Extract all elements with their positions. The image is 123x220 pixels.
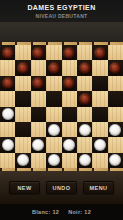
checker-noir[interactable] [63,77,75,89]
checker-noir[interactable] [63,47,75,59]
checker-noir[interactable] [2,77,14,89]
board-square-r6c5[interactable] [77,137,92,152]
board-square-r1c7[interactable] [108,60,123,75]
board-square-r6c7[interactable] [108,137,123,152]
undo-button[interactable]: UNDO [46,181,77,194]
checker-noir[interactable] [94,47,106,59]
checker-noir[interactable] [32,77,44,89]
board-square-r7c5[interactable] [77,153,92,168]
board-square-r7c0[interactable] [0,153,15,168]
board-square-r7c3[interactable] [46,153,61,168]
board-square-r3c4[interactable] [62,91,77,106]
board-square-r3c7[interactable] [108,91,123,106]
new-button[interactable]: NEW [9,181,40,194]
checker-blanc[interactable] [2,108,14,120]
board-square-r5c0[interactable] [0,122,15,137]
board-square-r6c4[interactable] [62,137,77,152]
board-square-r5c2[interactable] [31,122,46,137]
score-bar: Blanc: 12 Noir: 12 [0,204,123,220]
checker-blanc[interactable] [2,139,14,151]
board-square-r6c2[interactable] [31,137,46,152]
noir-count: Noir: 12 [68,209,91,215]
board-square-r2c0[interactable] [0,76,15,91]
board-square-r4c0[interactable] [0,107,15,122]
board-square-r2c2[interactable] [31,76,46,91]
board-square-r0c6[interactable] [92,45,107,60]
board-square-r3c0[interactable] [0,91,15,106]
checker-noir[interactable] [79,93,91,105]
board-square-r1c5[interactable] [77,60,92,75]
checker-noir[interactable] [48,62,60,74]
board-square-r3c2[interactable] [31,91,46,106]
board-square-r6c0[interactable] [0,137,15,152]
board-square-r0c0[interactable] [0,45,15,60]
board-square-r5c5[interactable] [77,122,92,137]
checker-noir[interactable] [17,62,29,74]
board-square-r1c3[interactable] [46,60,61,75]
board-square-r2c6[interactable] [92,76,107,91]
blanc-count: Blanc: 12 [32,209,59,215]
checker-noir[interactable] [2,47,14,59]
board-square-r5c1[interactable] [15,122,30,137]
board-square-r7c1[interactable] [15,153,30,168]
app-header: DAMES EGYPTIEN NIVEAU DEBUTANT [0,0,123,22]
board-square-r4c6[interactable] [92,107,107,122]
board-square-r7c2[interactable] [31,153,46,168]
board-square-r7c6[interactable] [92,153,107,168]
board-square-r6c3[interactable] [46,137,61,152]
checker-blanc[interactable] [63,139,75,151]
board-square-r2c4[interactable] [62,76,77,91]
board-square-r3c3[interactable] [46,91,61,106]
board-square-r3c5[interactable] [77,91,92,106]
board-square-r0c1[interactable] [15,45,30,60]
checker-noir[interactable] [109,62,121,74]
checker-blanc[interactable] [79,154,91,166]
checker-blanc[interactable] [94,139,106,151]
board-square-r2c1[interactable] [15,76,30,91]
board-square-r1c0[interactable] [0,60,15,75]
board-square-r1c2[interactable] [31,60,46,75]
board-square-r5c3[interactable] [46,122,61,137]
board-square-r7c7[interactable] [108,153,123,168]
board-square-r6c1[interactable] [15,137,30,152]
checkers-board[interactable] [0,45,123,168]
checker-blanc[interactable] [109,154,121,166]
board-square-r0c2[interactable] [31,45,46,60]
board-square-r1c1[interactable] [15,60,30,75]
checker-blanc[interactable] [17,154,29,166]
board-square-r4c5[interactable] [77,107,92,122]
button-bar: NEW UNDO MENU [0,171,123,204]
board-square-r5c7[interactable] [108,122,123,137]
board-square-r7c4[interactable] [62,153,77,168]
header-board-spacer [0,22,123,42]
board-square-r4c1[interactable] [15,107,30,122]
board-square-r6c6[interactable] [92,137,107,152]
checker-blanc[interactable] [48,154,60,166]
checker-blanc[interactable] [48,124,60,136]
board-square-r0c3[interactable] [46,45,61,60]
checker-noir[interactable] [79,62,91,74]
board-square-r5c4[interactable] [62,122,77,137]
board-square-r0c5[interactable] [77,45,92,60]
board-square-r4c2[interactable] [31,107,46,122]
checkers-app: DAMES EGYPTIEN NIVEAU DEBUTANT NEW UNDO … [0,0,123,220]
board-square-r3c1[interactable] [15,91,30,106]
page-title: DAMES EGYPTIEN [0,4,123,12]
checker-blanc[interactable] [32,139,44,151]
board-square-r1c4[interactable] [62,60,77,75]
board-square-r4c3[interactable] [46,107,61,122]
board-square-r5c6[interactable] [92,122,107,137]
menu-button[interactable]: MENU [83,181,114,194]
checker-blanc[interactable] [79,124,91,136]
board-square-r2c5[interactable] [77,76,92,91]
board-square-r0c4[interactable] [62,45,77,60]
board-square-r1c6[interactable] [92,60,107,75]
board-square-r0c7[interactable] [108,45,123,60]
checker-blanc[interactable] [109,124,121,136]
level-subtitle: NIVEAU DEBUTANT [0,13,123,19]
board-square-r4c4[interactable] [62,107,77,122]
checker-noir[interactable] [32,47,44,59]
board-square-r2c7[interactable] [108,76,123,91]
board-square-r3c6[interactable] [92,91,107,106]
board-square-r4c7[interactable] [108,107,123,122]
board-square-r2c3[interactable] [46,76,61,91]
